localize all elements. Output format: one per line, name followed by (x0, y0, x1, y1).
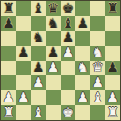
piece-black-pawn: ♟ (62, 31, 74, 45)
square-f5[interactable] (75, 46, 90, 61)
piece-black-rook: ♜ (107, 1, 119, 15)
square-e6[interactable]: ♟ (61, 31, 76, 46)
square-a5[interactable] (1, 46, 16, 61)
square-d3[interactable] (46, 75, 61, 90)
piece-white-pawn: ♟ (2, 90, 14, 104)
square-d4[interactable]: ♟ (46, 61, 61, 76)
square-b4[interactable] (16, 61, 31, 76)
piece-black-pawn: ♟ (17, 46, 29, 60)
square-g8[interactable] (90, 1, 105, 16)
square-c3[interactable]: ♟ (31, 75, 46, 90)
piece-white-pawn: ♟ (32, 76, 44, 90)
square-c6[interactable]: ♞ (31, 31, 46, 46)
square-c1[interactable]: ♝ (31, 105, 46, 120)
piece-white-rook: ♜ (2, 105, 14, 119)
square-f6[interactable] (75, 31, 90, 46)
piece-white-knight: ♞ (77, 61, 89, 75)
square-e5[interactable]: ♟ (61, 46, 76, 61)
piece-black-bishop: ♝ (32, 1, 44, 15)
square-g6[interactable] (90, 31, 105, 46)
square-c4[interactable]: ♟ (31, 61, 46, 76)
piece-black-knight: ♞ (47, 16, 59, 30)
piece-white-pawn: ♟ (92, 76, 104, 90)
square-f8[interactable] (75, 1, 90, 16)
square-g3[interactable]: ♟ (90, 75, 105, 90)
square-f2[interactable]: ♟ (75, 90, 90, 105)
square-h5[interactable] (105, 46, 120, 61)
piece-white-pawn: ♟ (77, 90, 89, 104)
piece-black-pawn: ♟ (77, 16, 89, 30)
square-a1[interactable]: ♜ (1, 105, 16, 120)
square-g1[interactable] (90, 105, 105, 120)
piece-white-knight: ♞ (92, 46, 104, 60)
square-c5[interactable] (31, 46, 46, 61)
square-h3[interactable] (105, 75, 120, 90)
square-a3[interactable] (1, 75, 16, 90)
square-a2[interactable]: ♟ (1, 90, 16, 105)
piece-white-pawn: ♟ (17, 90, 29, 104)
square-a8[interactable]: ♜ (1, 1, 16, 16)
piece-black-queen: ♛ (47, 1, 59, 15)
square-a4[interactable] (1, 61, 16, 76)
square-h8[interactable]: ♜ (105, 1, 120, 16)
piece-white-pawn: ♟ (107, 90, 119, 104)
square-f3[interactable] (75, 75, 90, 90)
square-c7[interactable] (31, 16, 46, 31)
square-b7[interactable] (16, 16, 31, 31)
square-e2[interactable] (61, 90, 76, 105)
square-f4[interactable]: ♞ (75, 61, 90, 76)
square-d5[interactable]: ♟ (46, 46, 61, 61)
piece-black-pawn: ♟ (2, 16, 14, 30)
piece-black-bishop: ♝ (62, 16, 74, 30)
square-f7[interactable]: ♟ (75, 16, 90, 31)
piece-white-rook: ♜ (107, 105, 119, 119)
square-b5[interactable]: ♟ (16, 46, 31, 61)
piece-white-king: ♚ (62, 105, 74, 119)
square-d6[interactable] (46, 31, 61, 46)
square-c8[interactable]: ♝ (31, 1, 46, 16)
square-e8[interactable]: ♚ (61, 1, 76, 16)
square-d8[interactable]: ♛ (46, 1, 61, 16)
piece-white-pawn: ♟ (62, 46, 74, 60)
piece-black-pawn: ♟ (47, 46, 59, 60)
piece-black-knight: ♞ (32, 31, 44, 45)
square-h1[interactable]: ♜ (105, 105, 120, 120)
square-g4[interactable]: ♛ (90, 61, 105, 76)
piece-white-bishop: ♝ (92, 90, 104, 104)
square-h6[interactable] (105, 31, 120, 46)
piece-white-pawn: ♟ (47, 61, 59, 75)
square-d2[interactable] (46, 90, 61, 105)
square-c2[interactable] (31, 90, 46, 105)
piece-white-queen: ♛ (92, 61, 104, 75)
square-d1[interactable] (46, 105, 61, 120)
square-g7[interactable] (90, 16, 105, 31)
square-e1[interactable]: ♚ (61, 105, 76, 120)
square-h7[interactable] (105, 16, 120, 31)
square-b2[interactable]: ♟ (16, 90, 31, 105)
square-b1[interactable] (16, 105, 31, 120)
square-e3[interactable] (61, 75, 76, 90)
chess-board: ♜♝♛♚♜♟♞♝♟♞♟♟♟♟♞♟♟♞♛♟♟♟♟♟♟♝♟♜♝♚♜ (0, 0, 121, 121)
piece-black-rook: ♜ (2, 1, 14, 15)
square-e4[interactable] (61, 61, 76, 76)
square-a6[interactable] (1, 31, 16, 46)
square-h4[interactable]: ♟ (105, 61, 120, 76)
square-b6[interactable] (16, 31, 31, 46)
piece-black-king: ♚ (62, 1, 74, 15)
piece-white-bishop: ♝ (32, 105, 44, 119)
piece-black-pawn: ♟ (107, 61, 119, 75)
square-f1[interactable] (75, 105, 90, 120)
square-h2[interactable]: ♟ (105, 90, 120, 105)
square-d7[interactable]: ♞ (46, 16, 61, 31)
square-b3[interactable] (16, 75, 31, 90)
piece-black-pawn: ♟ (32, 61, 44, 75)
square-a7[interactable]: ♟ (1, 16, 16, 31)
square-g5[interactable]: ♞ (90, 46, 105, 61)
square-g2[interactable]: ♝ (90, 90, 105, 105)
square-e7[interactable]: ♝ (61, 16, 76, 31)
square-b8[interactable] (16, 1, 31, 16)
